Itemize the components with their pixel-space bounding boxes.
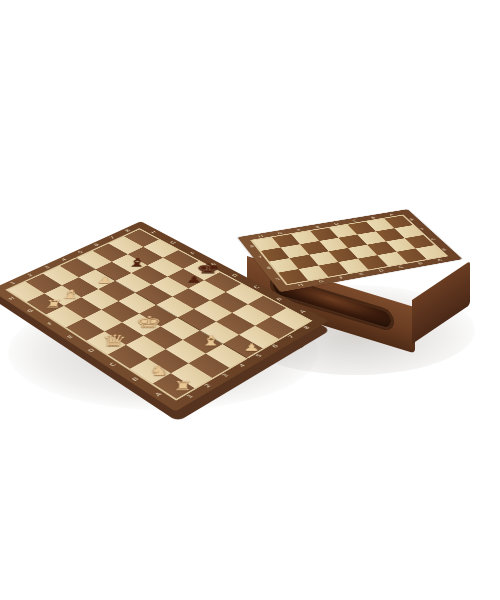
box-rank-label: 7 xyxy=(256,255,266,259)
box-file-label: B xyxy=(415,261,425,265)
pawn-glyph: ♟ xyxy=(186,274,202,284)
box-right-face xyxy=(412,261,470,344)
rank-label: 7 xyxy=(285,334,297,341)
file-label: D xyxy=(85,347,98,354)
box-rank-label: 5 xyxy=(439,248,449,252)
box-top-face: HHGGFFEEDDCCBBAA88776655 xyxy=(237,209,462,292)
box-rank-label: 7 xyxy=(418,227,428,231)
box-rank-label: 6 xyxy=(428,237,438,241)
file-label: E xyxy=(64,334,77,341)
rank-label: 1 xyxy=(7,280,19,286)
box-rank-label: 8 xyxy=(407,218,416,222)
file-label: C xyxy=(107,361,120,369)
rank-label: 6 xyxy=(91,242,102,248)
box-file-label: D xyxy=(376,268,386,272)
product-photo-scene: HHGGFFEEDDCCBBAA88776655 HH11GG22FF33EE4… xyxy=(0,0,500,600)
box-rank-label: 5 xyxy=(273,277,283,281)
box-file-label: F xyxy=(336,276,346,280)
box-file-label: E xyxy=(356,272,366,276)
rank-label: 6 xyxy=(269,343,282,350)
pawn-glyph: ♟ xyxy=(96,275,113,285)
rank-label: 8 xyxy=(301,324,313,331)
file-label: H xyxy=(6,295,18,301)
rank-label: 2 xyxy=(202,382,215,390)
file-label: A xyxy=(152,391,166,399)
box-file-label: H xyxy=(296,283,306,287)
rank-label: 1 xyxy=(184,392,198,400)
rank-label: 5 xyxy=(253,352,266,359)
file-label: F xyxy=(44,320,57,327)
box-rank-label: 6 xyxy=(264,266,274,270)
box-file-label: A xyxy=(434,258,444,262)
file-label: G xyxy=(25,308,37,315)
rank-label: 3 xyxy=(219,372,232,380)
bishop-glyph: ♝ xyxy=(126,256,148,269)
box-file-label: C xyxy=(396,265,406,269)
box-file-label: G xyxy=(316,279,326,283)
box-half-board xyxy=(253,216,446,284)
rank-label: 4 xyxy=(236,362,249,370)
file-label: B xyxy=(129,376,142,384)
box-rank-label: 8 xyxy=(247,245,257,249)
